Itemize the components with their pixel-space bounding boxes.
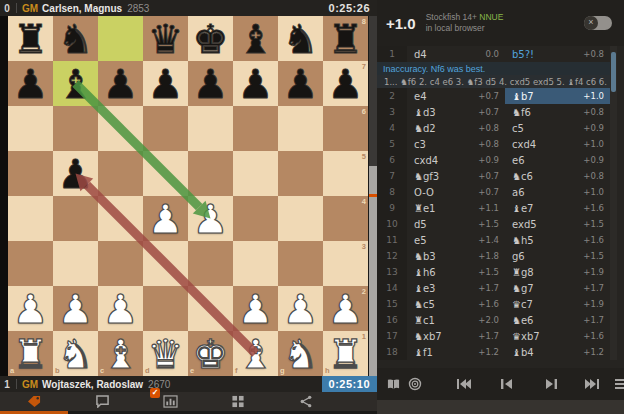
move-row-8: 8O-O+0.7a6+1.0 xyxy=(377,184,617,200)
move-17-black[interactable]: ♛xb7+1.6 xyxy=(505,328,610,344)
move-13-white[interactable]: ♝h6+1.5 xyxy=(407,264,505,280)
grid-icon xyxy=(231,395,245,408)
square-d4[interactable]: ♟ xyxy=(143,196,188,241)
square-h1[interactable]: ♜1h xyxy=(323,331,368,376)
square-h4[interactable]: 4 xyxy=(323,196,368,241)
player-bottom-clock: 0:25:10 xyxy=(322,376,377,392)
coord-rank-5: 5 xyxy=(362,153,366,161)
move-eval: +1.6 xyxy=(583,331,610,341)
square-e8[interactable]: ♚ xyxy=(188,16,233,61)
move-row-13: 13♝h6+1.5♜g8+1.9 xyxy=(377,264,617,280)
square-h8[interactable]: ♜8 xyxy=(323,16,368,61)
move-14-black[interactable]: ♞g7+1.7 xyxy=(505,280,610,296)
panel-footer xyxy=(377,400,624,414)
move-san: ♞f6 xyxy=(505,107,531,118)
left-edge-strip xyxy=(0,0,8,376)
square-e2[interactable] xyxy=(188,286,233,331)
step-back-button[interactable] xyxy=(500,378,513,390)
move-eval: +1.0 xyxy=(583,91,610,101)
move-number: 11 xyxy=(377,232,407,248)
square-h5[interactable]: 5 xyxy=(323,151,368,196)
move-16-black[interactable]: ♞e6+1.7 xyxy=(505,312,610,328)
move-row-3: 3♝d3+0.7♞f6+0.8 xyxy=(377,104,617,120)
move-san: ♝h6 xyxy=(407,267,436,278)
white-pawn-e4[interactable]: ♟ xyxy=(188,196,233,241)
move-row-11: 11e5+1.4♞h5+1.6 xyxy=(377,232,617,248)
move-eval: +1.7 xyxy=(478,331,505,341)
move-san: ♛c7 xyxy=(505,299,533,310)
square-c5[interactable] xyxy=(98,151,143,196)
engine-subtitle: in local browser xyxy=(426,23,485,33)
move-eval: +1.0 xyxy=(583,139,610,149)
white-pawn-d4[interactable]: ♟ xyxy=(143,196,188,241)
move-eval: +0.7 xyxy=(478,187,505,197)
move-eval: +1.6 xyxy=(478,299,505,309)
move-number: 13 xyxy=(377,264,407,280)
engine-name: Stockfish 14+ xyxy=(426,12,477,22)
move-eval: +0.9 xyxy=(583,123,610,133)
move-10-white[interactable]: d5+1.5 xyxy=(407,216,505,232)
square-g1[interactable]: ♞g xyxy=(278,331,323,376)
board-tabs: ✓ xyxy=(0,392,377,411)
move-row-14: 14♝e3+1.7♞g7+1.7 xyxy=(377,280,617,296)
checked-badge: ✓ xyxy=(150,388,160,398)
move-san: ♝b4 xyxy=(505,347,534,358)
player-bottom-score: 1 xyxy=(0,379,14,390)
move-san: c3 xyxy=(407,139,426,150)
engine-toggle-knob[interactable]: × xyxy=(584,16,598,30)
square-b3[interactable] xyxy=(53,241,98,286)
black-pawn-g7[interactable]: ♟ xyxy=(278,61,323,106)
analysis-app: 0 GM Carlsen, Magnus 2853 0:25:26 ♜♞♛♚♝♞… xyxy=(0,0,624,414)
tab-tag[interactable] xyxy=(0,392,68,411)
move-18-white[interactable]: ♝f1+1.2 xyxy=(407,344,505,360)
move-san: cxd4 xyxy=(505,139,536,150)
coord-file-f: f xyxy=(235,367,238,375)
target-button[interactable] xyxy=(408,377,422,391)
menu-button[interactable] xyxy=(614,378,624,390)
move-san: ♞e6 xyxy=(505,315,533,326)
white-bishop-f1[interactable]: ♝ xyxy=(233,331,278,376)
square-a4[interactable] xyxy=(8,196,53,241)
coord-rank-6: 6 xyxy=(362,108,366,116)
move-san: e4 xyxy=(407,91,427,102)
square-g4[interactable] xyxy=(278,196,323,241)
move-number: 12 xyxy=(377,248,407,264)
move-eval: +2.0 xyxy=(478,315,505,325)
move-eval: +1.8 xyxy=(478,251,505,261)
move-san: ♝e7 xyxy=(505,203,533,214)
move-eval: +1.5 xyxy=(478,267,505,277)
move-number: 6 xyxy=(377,152,407,168)
target-icon xyxy=(408,377,422,391)
move-5-white[interactable]: c3+0.8 xyxy=(407,136,505,152)
square-d2[interactable] xyxy=(143,286,188,331)
analysis-controls xyxy=(377,368,624,400)
move-san: a6 xyxy=(505,187,525,198)
move-2-black[interactable]: ♝b7+1.0 xyxy=(505,88,610,104)
move-7-white[interactable]: ♞gf3+0.7 xyxy=(407,168,505,184)
player-top-title: GM xyxy=(22,3,38,14)
black-queen-d8[interactable]: ♛ xyxy=(143,16,188,61)
square-a5[interactable] xyxy=(8,151,53,196)
move-eval: +0.8 xyxy=(583,171,610,181)
move-4-white[interactable]: ♞d2+0.8 xyxy=(407,120,505,136)
player-bar-bottom: 1 GM Wojtaszek, Radoslaw 2670 0:25:10 xyxy=(0,376,377,392)
square-b2[interactable]: ♟ xyxy=(53,286,98,331)
move-san: ♝f1 xyxy=(407,347,433,358)
move-11-black[interactable]: ♞h5+1.6 xyxy=(505,232,610,248)
square-a6[interactable] xyxy=(8,106,53,151)
black-knight-g8[interactable]: ♞ xyxy=(278,16,323,61)
move-san: ♜e1 xyxy=(407,203,435,214)
coord-file-a: a xyxy=(10,367,14,375)
engine-nnue-label: NNUE xyxy=(479,12,503,22)
white-king-e1[interactable]: ♚ xyxy=(188,331,233,376)
move-eval: +1.9 xyxy=(583,299,610,309)
move-eval: +1.7 xyxy=(478,283,505,293)
coord-rank-4: 4 xyxy=(362,198,366,206)
square-g6[interactable] xyxy=(278,106,323,151)
square-b7[interactable]: ♝ xyxy=(53,61,98,106)
move-row-5: 5c3+0.8cxd4+1.0 xyxy=(377,136,617,152)
move-san: ♞d2 xyxy=(407,123,436,134)
move-eval: +0.7 xyxy=(478,91,505,101)
book-icon xyxy=(386,378,401,391)
square-b1[interactable]: ♞b xyxy=(53,331,98,376)
move-1-black[interactable]: b5?!+0.8 xyxy=(505,46,610,62)
white-bishop-c1[interactable]: ♝ xyxy=(98,331,143,376)
player-bottom-title: GM xyxy=(22,379,38,390)
divider xyxy=(16,3,17,13)
step-back-icon xyxy=(500,378,513,390)
move-san: ♞g7 xyxy=(505,283,534,294)
move-row-18: 18♝f1+1.2♝b4+1.2 xyxy=(377,344,617,360)
step-forward-icon xyxy=(545,378,558,390)
move-list-scrollbar[interactable] xyxy=(610,46,617,360)
move-11-white[interactable]: e5+1.4 xyxy=(407,232,505,248)
move-san: exd5 xyxy=(505,219,537,230)
black-pawn-f7[interactable]: ♟ xyxy=(233,61,278,106)
move-eval: +0.9 xyxy=(478,155,505,165)
move-eval: +0.8 xyxy=(478,139,505,149)
square-c3[interactable] xyxy=(98,241,143,286)
square-g3[interactable] xyxy=(278,241,323,286)
square-e5[interactable] xyxy=(188,151,233,196)
black-knight-b8[interactable]: ♞ xyxy=(53,16,98,61)
move-san: ♞xb7 xyxy=(407,331,442,342)
square-h2[interactable]: ♟2 xyxy=(323,286,368,331)
square-f8[interactable]: ♝ xyxy=(233,16,278,61)
square-c1[interactable]: ♝c xyxy=(98,331,143,376)
square-e3[interactable] xyxy=(188,241,233,286)
move-eval: +1.7 xyxy=(583,315,610,325)
white-rook-a1[interactable]: ♜ xyxy=(8,331,53,376)
move-san: b5?! xyxy=(505,49,534,60)
move-3-black[interactable]: ♞f6+0.8 xyxy=(505,104,610,120)
move-12-white[interactable]: ♞b3+1.8 xyxy=(407,248,505,264)
move-san: ♝b7 xyxy=(505,91,534,102)
black-king-e8[interactable]: ♚ xyxy=(188,16,233,61)
book-button[interactable] xyxy=(386,378,401,391)
move-number: 3 xyxy=(377,104,407,120)
square-f5[interactable] xyxy=(233,151,278,196)
move-8-black[interactable]: a6+1.0 xyxy=(505,184,610,200)
move-eval: +1.6 xyxy=(583,235,610,245)
move-eval: +1.2 xyxy=(583,347,610,357)
move-6-white[interactable]: cxd4+0.9 xyxy=(407,152,505,168)
move-eval: +0.8 xyxy=(478,123,505,133)
black-pawn-b5[interactable]: ♟ xyxy=(53,151,98,196)
move-15-white[interactable]: ♞c5+1.6 xyxy=(407,296,505,312)
tab-chat[interactable] xyxy=(68,392,136,411)
square-h7[interactable]: ♟7 xyxy=(323,61,368,106)
move-eval: +1.9 xyxy=(583,267,610,277)
move-eval: +1.1 xyxy=(478,203,505,213)
move-15-black[interactable]: ♛c7+1.9 xyxy=(505,296,610,312)
square-b8[interactable]: ♞ xyxy=(53,16,98,61)
square-a7[interactable]: ♟ xyxy=(8,61,53,106)
move-eval: +1.5 xyxy=(583,219,610,229)
square-h6[interactable]: 6 xyxy=(323,106,368,151)
square-g8[interactable]: ♞ xyxy=(278,16,323,61)
move-12-black[interactable]: g6+1.5 xyxy=(505,248,610,264)
coord-rank-3: 3 xyxy=(362,243,366,251)
move-san: ♞c6 xyxy=(505,171,533,182)
black-rook-a8[interactable]: ♜ xyxy=(8,16,53,61)
step-forward-button[interactable] xyxy=(545,378,558,390)
square-f7[interactable]: ♟ xyxy=(233,61,278,106)
black-pawn-d7[interactable]: ♟ xyxy=(143,61,188,106)
move-number: 9 xyxy=(377,200,407,216)
move-14-white[interactable]: ♝e3+1.7 xyxy=(407,280,505,296)
scrollbar-thumb[interactable] xyxy=(611,52,616,92)
chat-icon xyxy=(95,395,110,408)
square-d6[interactable] xyxy=(143,106,188,151)
move-san: ♝d3 xyxy=(407,107,436,118)
square-c4[interactable] xyxy=(98,196,143,241)
white-pawn-g2[interactable]: ♟ xyxy=(278,286,323,331)
square-e4[interactable]: ♟ xyxy=(188,196,233,241)
square-a3[interactable] xyxy=(8,241,53,286)
move-san: ♞c5 xyxy=(407,299,435,310)
square-f6[interactable] xyxy=(233,106,278,151)
move-number: 16 xyxy=(377,312,407,328)
move-number: 4 xyxy=(377,120,407,136)
move-san: ♝e3 xyxy=(407,283,435,294)
square-a1[interactable]: ♜a xyxy=(8,331,53,376)
move-row-2: 2e4+0.7♝b7+1.0 xyxy=(377,88,617,104)
tab-grid[interactable] xyxy=(204,392,272,411)
black-bishop-b7[interactable]: ♝ xyxy=(53,61,98,106)
move-2-white[interactable]: e4+0.7 xyxy=(407,88,505,104)
move-eval: +1.4 xyxy=(478,235,505,245)
move-san: d5 xyxy=(407,219,427,230)
move-number: 5 xyxy=(377,136,407,152)
tab-share[interactable] xyxy=(272,392,340,411)
square-f4[interactable] xyxy=(233,196,278,241)
skip-end-button[interactable] xyxy=(584,378,600,390)
square-b5[interactable]: ♟ xyxy=(53,151,98,196)
square-a8[interactable]: ♜ xyxy=(8,16,53,61)
move-7-black[interactable]: ♞c6+0.8 xyxy=(505,168,610,184)
best-line-variation[interactable]: 1... ♞f6 2. c4 e6 3. ♞f3 d5 4. cxd5 exd5… xyxy=(377,75,617,88)
square-b6[interactable] xyxy=(53,106,98,151)
square-f1[interactable]: ♝f xyxy=(233,331,278,376)
white-pawn-c2[interactable]: ♟ xyxy=(98,286,143,331)
move-eval: +1.5 xyxy=(478,219,505,229)
move-9-black[interactable]: ♝e7+1.6 xyxy=(505,200,610,216)
square-a2[interactable]: ♟ xyxy=(8,286,53,331)
move-row-4: 4♞d2+0.8c5+0.9 xyxy=(377,120,617,136)
square-g7[interactable]: ♟ xyxy=(278,61,323,106)
move-13-black[interactable]: ♜g8+1.9 xyxy=(505,264,610,280)
move-row-17: 17♞xb7+1.7♛xb7+1.6 xyxy=(377,328,617,344)
share-icon xyxy=(299,395,313,408)
move-san: e6 xyxy=(505,155,525,166)
move-eval: +1.2 xyxy=(478,347,505,357)
player-bottom-name: Wojtaszek, Radoslaw xyxy=(42,379,143,390)
square-d7[interactable]: ♟ xyxy=(143,61,188,106)
move-8-white[interactable]: O-O+0.7 xyxy=(407,184,505,200)
move-9-white[interactable]: ♜e1+1.1 xyxy=(407,200,505,216)
move-row-16: 16♜c1+2.0♞e6+1.7 xyxy=(377,312,617,328)
square-e6[interactable] xyxy=(188,106,233,151)
coord-rank-2: 2 xyxy=(362,288,366,296)
menu-icon xyxy=(614,378,624,390)
square-f3[interactable] xyxy=(233,241,278,286)
move-5-black[interactable]: cxd4+1.0 xyxy=(505,136,610,152)
square-f2[interactable]: ♟ xyxy=(233,286,278,331)
square-c8[interactable] xyxy=(98,16,143,61)
move-eval: +0.8 xyxy=(583,107,610,117)
move-eval: +1.5 xyxy=(583,251,610,261)
move-10-black[interactable]: exd5+1.5 xyxy=(505,216,610,232)
coord-rank-1: 1 xyxy=(362,333,366,341)
chess-board[interactable]: ♜♞♛♚♝♞♜8♟♝♟♟♟♟♟♟76♟5♟♟43♟♟♟♟♟♟2♜a♞b♝c♛d♚… xyxy=(8,16,368,376)
move-row-9: 9♜e1+1.1♝e7+1.6 xyxy=(377,200,617,216)
square-g2[interactable]: ♟ xyxy=(278,286,323,331)
coord-rank-8: 8 xyxy=(362,18,366,26)
move-san: c5 xyxy=(505,123,524,134)
move-eval: 0.0 xyxy=(485,49,505,59)
move-row-7: 7♞gf3+0.7♞c6+0.8 xyxy=(377,168,617,184)
square-h3[interactable]: 3 xyxy=(323,241,368,286)
square-e7[interactable]: ♟ xyxy=(188,61,233,106)
move-eval: +1.7 xyxy=(583,283,610,293)
move-eval: +0.7 xyxy=(478,171,505,181)
move-row-10: 10d5+1.5exd5+1.5 xyxy=(377,216,617,232)
move-san: ♞h5 xyxy=(505,235,534,246)
move-row-1: 1d40.0b5?!+0.8 xyxy=(377,46,617,62)
move-number: 8 xyxy=(377,184,407,200)
coord-file-d: d xyxy=(145,367,150,375)
square-d5[interactable] xyxy=(143,151,188,196)
move-san: O-O xyxy=(407,187,434,198)
black-pawn-a7[interactable]: ♟ xyxy=(8,61,53,106)
square-d3[interactable] xyxy=(143,241,188,286)
white-pawn-f2[interactable]: ♟ xyxy=(233,286,278,331)
move-number: 7 xyxy=(377,168,407,184)
move-number: 1 xyxy=(377,46,407,62)
skip-start-button[interactable] xyxy=(456,378,472,390)
move-4-black[interactable]: c5+0.9 xyxy=(505,120,610,136)
square-d1[interactable]: ♛d xyxy=(143,331,188,376)
white-pawn-b2[interactable]: ♟ xyxy=(53,286,98,331)
move-eval: +0.7 xyxy=(478,107,505,117)
black-bishop-f8[interactable]: ♝ xyxy=(233,16,278,61)
player-bar-top: 0 GM Carlsen, Magnus 2853 0:25:26 xyxy=(0,0,377,16)
white-pawn-a2[interactable]: ♟ xyxy=(8,286,53,331)
move-san: d4 xyxy=(407,49,427,60)
divider xyxy=(16,379,17,389)
move-3-white[interactable]: ♝d3+0.7 xyxy=(407,104,505,120)
square-c2[interactable]: ♟ xyxy=(98,286,143,331)
move-row-12: 12♞b3+1.8g6+1.5 xyxy=(377,248,617,264)
engine-meta: Stockfish 14+ NNUE in local browser xyxy=(426,12,504,34)
square-b4[interactable] xyxy=(53,196,98,241)
coord-file-g: g xyxy=(280,367,285,375)
coord-file-e: e xyxy=(190,367,194,375)
move-eval: +0.8 xyxy=(583,49,610,59)
tab-chart[interactable]: ✓ xyxy=(136,392,204,411)
move-san: ♛xb7 xyxy=(505,331,540,342)
move-row-6: 6cxd4+0.9e6+0.9 xyxy=(377,152,617,168)
move-list: 1d40.0b5?!+0.8Inaccuracy. Nf6 was best.1… xyxy=(377,46,617,360)
move-number: 14 xyxy=(377,280,407,296)
move-number: 18 xyxy=(377,344,407,360)
tag-icon xyxy=(27,395,42,408)
engine-toggle[interactable]: × xyxy=(584,16,612,30)
move-row-15: 15♞c5+1.6♛c7+1.9 xyxy=(377,296,617,312)
coord-rank-7: 7 xyxy=(362,63,366,71)
move-16-white[interactable]: ♜c1+2.0 xyxy=(407,312,505,328)
move-san: ♞gf3 xyxy=(407,171,439,182)
move-eval: +1.6 xyxy=(583,203,610,213)
move-san: ♞b3 xyxy=(407,251,436,262)
player-top-name: Carlsen, Magnus xyxy=(42,3,122,14)
coord-file-c: c xyxy=(100,367,104,375)
black-pawn-c7[interactable]: ♟ xyxy=(98,61,143,106)
square-e1[interactable]: ♚e xyxy=(188,331,233,376)
move-eval: +1.0 xyxy=(583,187,610,197)
square-c6[interactable] xyxy=(98,106,143,151)
coord-file-h: h xyxy=(325,367,330,375)
move-number: 17 xyxy=(377,328,407,344)
player-top-clock: 0:25:26 xyxy=(322,1,377,15)
move-6-black[interactable]: e6+0.9 xyxy=(505,152,610,168)
black-pawn-e7[interactable]: ♟ xyxy=(188,61,233,106)
skip-start-icon xyxy=(456,378,472,390)
coord-file-b: b xyxy=(55,367,60,375)
analysis-panel: +1.0 Stockfish 14+ NNUE in local browser… xyxy=(377,0,624,414)
move-san: g6 xyxy=(505,251,525,262)
square-g5[interactable] xyxy=(278,151,323,196)
move-number: 2 xyxy=(377,88,407,104)
square-d8[interactable]: ♛ xyxy=(143,16,188,61)
move-san: cxd4 xyxy=(407,155,438,166)
player-top-score: 0 xyxy=(0,3,14,14)
engine-eval: +1.0 xyxy=(386,15,416,32)
chart-icon xyxy=(163,395,178,408)
move-17-white[interactable]: ♞xb7+1.7 xyxy=(407,328,505,344)
move-number: 10 xyxy=(377,216,407,232)
move-san: ♜g8 xyxy=(505,267,534,278)
engine-header: +1.0 Stockfish 14+ NNUE in local browser… xyxy=(377,0,624,46)
move-18-black[interactable]: ♝b4+1.2 xyxy=(505,344,610,360)
move-1-white[interactable]: d40.0 xyxy=(407,46,505,62)
square-c7[interactable]: ♟ xyxy=(98,61,143,106)
